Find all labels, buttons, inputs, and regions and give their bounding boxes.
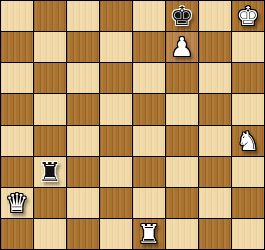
square-h2[interactable] <box>232 188 264 218</box>
square-e8[interactable] <box>133 1 165 31</box>
square-e4[interactable] <box>133 126 165 156</box>
black-king: ♚ <box>170 3 193 29</box>
square-e6[interactable] <box>133 63 165 93</box>
chess-board-wrap: ♚♚♟♞♜♛♜ <box>0 0 265 250</box>
square-b2[interactable] <box>34 188 66 218</box>
square-f3[interactable] <box>166 157 198 187</box>
square-a1[interactable] <box>1 219 33 249</box>
black-rook: ♜ <box>38 159 61 185</box>
square-c3[interactable] <box>67 157 99 187</box>
white-king: ♚ <box>236 3 259 29</box>
white-pawn: ♟ <box>170 34 193 60</box>
square-b6[interactable] <box>34 63 66 93</box>
square-b7[interactable] <box>34 32 66 62</box>
square-h3[interactable] <box>232 157 264 187</box>
square-f7[interactable]: ♟ <box>166 32 198 62</box>
square-e3[interactable] <box>133 157 165 187</box>
white-queen: ♛ <box>5 190 28 216</box>
square-d4[interactable] <box>100 126 132 156</box>
square-d3[interactable] <box>100 157 132 187</box>
square-c2[interactable] <box>67 188 99 218</box>
square-b5[interactable] <box>34 94 66 124</box>
square-d7[interactable] <box>100 32 132 62</box>
white-knight: ♞ <box>236 128 259 154</box>
square-g3[interactable] <box>199 157 231 187</box>
square-c8[interactable] <box>67 1 99 31</box>
square-c7[interactable] <box>67 32 99 62</box>
square-h1[interactable] <box>232 219 264 249</box>
square-f4[interactable] <box>166 126 198 156</box>
square-h6[interactable] <box>232 63 264 93</box>
square-g4[interactable] <box>199 126 231 156</box>
square-c5[interactable] <box>67 94 99 124</box>
square-a7[interactable] <box>1 32 33 62</box>
square-e7[interactable] <box>133 32 165 62</box>
square-g2[interactable] <box>199 188 231 218</box>
square-h5[interactable] <box>232 94 264 124</box>
square-d8[interactable] <box>100 1 132 31</box>
square-b4[interactable] <box>34 126 66 156</box>
square-e5[interactable] <box>133 94 165 124</box>
square-d6[interactable] <box>100 63 132 93</box>
chess-board: ♚♚♟♞♜♛♜ <box>0 0 265 250</box>
square-c4[interactable] <box>67 126 99 156</box>
square-c6[interactable] <box>67 63 99 93</box>
square-f5[interactable] <box>166 94 198 124</box>
square-e2[interactable] <box>133 188 165 218</box>
square-f2[interactable] <box>166 188 198 218</box>
square-d1[interactable] <box>100 219 132 249</box>
white-rook: ♜ <box>137 221 160 247</box>
square-a3[interactable] <box>1 157 33 187</box>
square-a8[interactable] <box>1 1 33 31</box>
square-h7[interactable] <box>232 32 264 62</box>
square-h8[interactable]: ♚ <box>232 1 264 31</box>
square-f6[interactable] <box>166 63 198 93</box>
square-g5[interactable] <box>199 94 231 124</box>
square-h4[interactable]: ♞ <box>232 126 264 156</box>
square-a4[interactable] <box>1 126 33 156</box>
square-b1[interactable] <box>34 219 66 249</box>
square-f1[interactable] <box>166 219 198 249</box>
square-g7[interactable] <box>199 32 231 62</box>
square-g6[interactable] <box>199 63 231 93</box>
square-g1[interactable] <box>199 219 231 249</box>
square-e1[interactable]: ♜ <box>133 219 165 249</box>
square-b8[interactable] <box>34 1 66 31</box>
square-g8[interactable] <box>199 1 231 31</box>
square-a2[interactable]: ♛ <box>1 188 33 218</box>
square-a5[interactable] <box>1 94 33 124</box>
square-b3[interactable]: ♜ <box>34 157 66 187</box>
square-d2[interactable] <box>100 188 132 218</box>
square-f8[interactable]: ♚ <box>166 1 198 31</box>
square-c1[interactable] <box>67 219 99 249</box>
square-d5[interactable] <box>100 94 132 124</box>
square-a6[interactable] <box>1 63 33 93</box>
